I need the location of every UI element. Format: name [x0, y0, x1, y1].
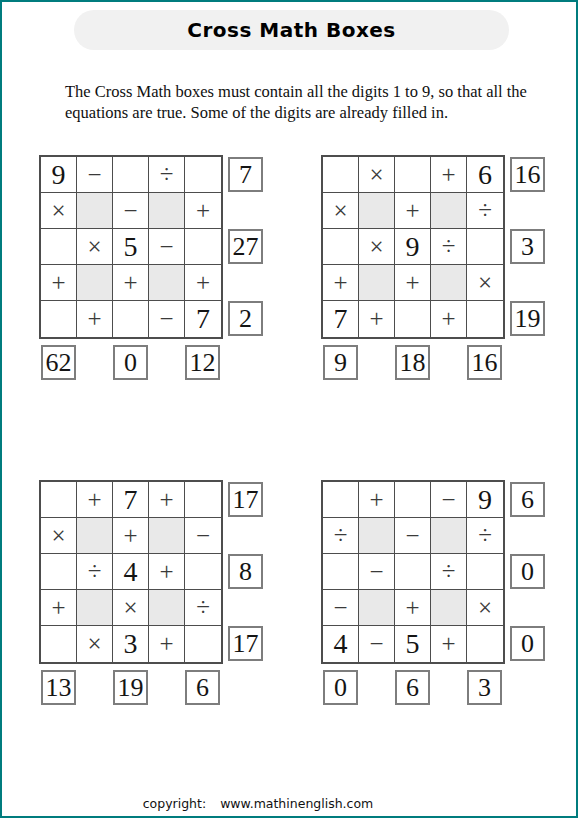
- empty-cell[interactable]: [395, 157, 431, 193]
- given-digit-cell: 6: [467, 157, 503, 193]
- blocked-cell: [359, 193, 395, 229]
- blocked-cell: [359, 265, 395, 301]
- operator-cell: ×: [113, 590, 149, 626]
- empty-cell[interactable]: [323, 482, 359, 518]
- empty-cell[interactable]: [467, 229, 503, 265]
- operator-cell: ÷: [149, 157, 185, 193]
- operator-cell: −: [149, 301, 185, 337]
- blocked-cell: [149, 193, 185, 229]
- puzzle-1: 9−÷×−+×5−++++−7 727262012: [39, 155, 269, 385]
- puzzle-grid: ×+6×+÷×9÷++×7++: [321, 155, 505, 339]
- operator-cell: ×: [77, 229, 113, 265]
- row-result-box: 27: [228, 229, 263, 264]
- operator-cell: +: [113, 518, 149, 554]
- title-banner: Cross Math Boxes: [74, 10, 509, 50]
- empty-cell[interactable]: [41, 554, 77, 590]
- given-digit-cell: 3: [113, 626, 149, 662]
- blocked-cell: [77, 193, 113, 229]
- given-digit-cell: 9: [41, 157, 77, 193]
- operator-cell: +: [149, 482, 185, 518]
- operator-cell: ×: [41, 193, 77, 229]
- puzzle-grid: 9−÷×−+×5−++++−7: [39, 155, 223, 339]
- empty-cell[interactable]: [467, 626, 503, 662]
- operator-cell: +: [149, 626, 185, 662]
- column-result-box: 18: [395, 345, 430, 380]
- given-digit-cell: 7: [323, 301, 359, 337]
- given-digit-cell: 4: [113, 554, 149, 590]
- empty-cell[interactable]: [113, 157, 149, 193]
- copyright-label: copyright:: [143, 796, 206, 811]
- worksheet-page: Cross Math Boxes The Cross Math boxes mu…: [0, 0, 578, 818]
- column-result-box: 6: [395, 670, 430, 705]
- operator-cell: ÷: [431, 229, 467, 265]
- empty-cell[interactable]: [185, 157, 221, 193]
- row-result-box: 0: [510, 626, 545, 661]
- operator-cell: +: [185, 265, 221, 301]
- row-result-box: 2: [228, 301, 263, 336]
- empty-cell[interactable]: [185, 229, 221, 265]
- operator-cell: −: [149, 229, 185, 265]
- row-result-box: 8: [228, 554, 263, 589]
- empty-cell[interactable]: [41, 301, 77, 337]
- empty-cell[interactable]: [395, 482, 431, 518]
- operator-cell: +: [41, 590, 77, 626]
- empty-cell[interactable]: [185, 482, 221, 518]
- row-result-box: 6: [510, 482, 545, 517]
- given-digit-cell: 5: [113, 229, 149, 265]
- operator-cell: +: [77, 301, 113, 337]
- operator-cell: −: [359, 554, 395, 590]
- column-result-box: 9: [323, 345, 358, 380]
- operator-cell: +: [77, 482, 113, 518]
- instructions: The Cross Math boxes must contain all th…: [65, 81, 527, 123]
- column-result-box: 13: [41, 670, 76, 705]
- empty-cell[interactable]: [41, 229, 77, 265]
- operator-cell: +: [359, 482, 395, 518]
- operator-cell: +: [149, 554, 185, 590]
- operator-cell: +: [431, 301, 467, 337]
- blocked-cell: [431, 193, 467, 229]
- empty-cell[interactable]: [323, 229, 359, 265]
- row-result-box: 19: [510, 301, 545, 336]
- empty-cell[interactable]: [395, 554, 431, 590]
- operator-cell: +: [113, 265, 149, 301]
- copyright-url: www.mathinenglish.com: [220, 796, 373, 811]
- empty-cell[interactable]: [467, 301, 503, 337]
- operator-cell: ÷: [431, 554, 467, 590]
- column-result-box: 19: [113, 670, 148, 705]
- column-result-box: 62: [41, 345, 76, 380]
- given-digit-cell: 5: [395, 626, 431, 662]
- blocked-cell: [77, 590, 113, 626]
- row-result-box: 17: [228, 626, 263, 661]
- page-title: Cross Math Boxes: [187, 18, 396, 42]
- operator-cell: ÷: [323, 518, 359, 554]
- given-digit-cell: 7: [113, 482, 149, 518]
- empty-cell[interactable]: [185, 626, 221, 662]
- puzzle-3: +7+×+−÷4++×÷×3+ 1781713196: [39, 480, 269, 710]
- operator-cell: +: [431, 157, 467, 193]
- empty-cell[interactable]: [323, 157, 359, 193]
- row-result-box: 0: [510, 554, 545, 589]
- operator-cell: ×: [467, 265, 503, 301]
- blocked-cell: [359, 590, 395, 626]
- given-digit-cell: 9: [395, 229, 431, 265]
- blocked-cell: [431, 590, 467, 626]
- operator-cell: +: [395, 193, 431, 229]
- row-result-box: 16: [510, 157, 545, 192]
- blocked-cell: [431, 265, 467, 301]
- operator-cell: −: [323, 590, 359, 626]
- instructions-line-1: The Cross Math boxes must contain all th…: [65, 81, 527, 102]
- blocked-cell: [77, 265, 113, 301]
- given-digit-cell: 7: [185, 301, 221, 337]
- operator-cell: +: [185, 193, 221, 229]
- empty-cell[interactable]: [113, 301, 149, 337]
- operator-cell: −: [431, 482, 467, 518]
- row-result-box: 3: [510, 229, 545, 264]
- empty-cell[interactable]: [395, 301, 431, 337]
- operator-cell: ×: [41, 518, 77, 554]
- operator-cell: ×: [359, 157, 395, 193]
- empty-cell[interactable]: [41, 626, 77, 662]
- instructions-line-2: equations are true. Some of the digits a…: [65, 102, 527, 123]
- column-result-box: 16: [467, 345, 502, 380]
- operator-cell: +: [323, 265, 359, 301]
- footer: copyright:www.mathinenglish.com: [2, 796, 514, 811]
- puzzle-grid: +−9÷−÷−÷−+×4−5+: [321, 480, 505, 664]
- operator-cell: −: [359, 626, 395, 662]
- row-result-box: 17: [228, 482, 263, 517]
- blocked-cell: [359, 518, 395, 554]
- empty-cell[interactable]: [323, 554, 359, 590]
- puzzle-4: +−9÷−÷−÷−+×4−5+ 600063: [321, 480, 551, 710]
- blocked-cell: [149, 590, 185, 626]
- operator-cell: −: [113, 193, 149, 229]
- operator-cell: ×: [359, 229, 395, 265]
- column-result-box: 6: [185, 670, 220, 705]
- operator-cell: −: [395, 518, 431, 554]
- operator-cell: ×: [77, 626, 113, 662]
- blocked-cell: [149, 518, 185, 554]
- row-result-box: 7: [228, 157, 263, 192]
- empty-cell[interactable]: [41, 482, 77, 518]
- column-result-box: 0: [113, 345, 148, 380]
- operator-cell: ÷: [467, 193, 503, 229]
- operator-cell: ÷: [185, 590, 221, 626]
- blocked-cell: [149, 265, 185, 301]
- column-result-box: 0: [323, 670, 358, 705]
- operator-cell: ÷: [467, 518, 503, 554]
- operator-cell: +: [41, 265, 77, 301]
- empty-cell[interactable]: [185, 554, 221, 590]
- operator-cell: +: [395, 590, 431, 626]
- operator-cell: +: [359, 301, 395, 337]
- operator-cell: +: [395, 265, 431, 301]
- operator-cell: ×: [323, 193, 359, 229]
- given-digit-cell: 9: [467, 482, 503, 518]
- column-result-box: 12: [185, 345, 220, 380]
- empty-cell[interactable]: [467, 554, 503, 590]
- blocked-cell: [431, 518, 467, 554]
- puzzle-grid: +7+×+−÷4++×÷×3+: [39, 480, 223, 664]
- operator-cell: ÷: [77, 554, 113, 590]
- operator-cell: −: [77, 157, 113, 193]
- puzzle-2: ×+6×+÷×9÷++×7++ 1631991816: [321, 155, 551, 385]
- operator-cell: −: [185, 518, 221, 554]
- operator-cell: ×: [467, 590, 503, 626]
- blocked-cell: [77, 518, 113, 554]
- given-digit-cell: 4: [323, 626, 359, 662]
- operator-cell: +: [431, 626, 467, 662]
- column-result-box: 3: [467, 670, 502, 705]
